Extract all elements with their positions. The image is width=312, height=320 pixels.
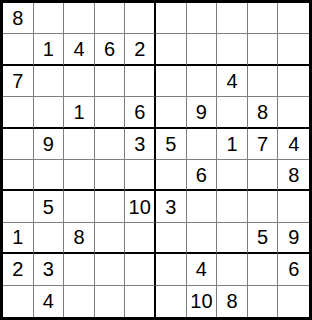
cell-r8c6-empty[interactable] — [156, 223, 187, 254]
cell-r10c5-empty[interactable] — [125, 286, 156, 317]
cell-r4c5-given[interactable]: 6 — [125, 97, 156, 128]
cell-r3c2-empty[interactable] — [34, 66, 65, 97]
cell-r6c10-given[interactable]: 8 — [278, 160, 309, 191]
cell-r7c7-empty[interactable] — [187, 191, 218, 222]
cell-r8c2-empty[interactable] — [34, 223, 65, 254]
cell-r10c2-given[interactable]: 4 — [34, 286, 65, 317]
cell-r10c8-given[interactable]: 8 — [217, 286, 248, 317]
cell-r3c7-empty[interactable] — [187, 66, 218, 97]
cell-r10c4-empty[interactable] — [95, 286, 126, 317]
cell-r2c9-empty[interactable] — [248, 34, 279, 65]
cell-r2c2-given[interactable]: 1 — [34, 34, 65, 65]
cell-r4c4-empty[interactable] — [95, 97, 126, 128]
cell-r3c1-given[interactable]: 7 — [3, 66, 34, 97]
cell-r9c9-empty[interactable] — [248, 254, 279, 285]
cell-r1c10-empty[interactable] — [278, 3, 309, 34]
cell-r9c8-empty[interactable] — [217, 254, 248, 285]
cell-r8c9-given[interactable]: 5 — [248, 223, 279, 254]
cell-r4c7-given[interactable]: 9 — [187, 97, 218, 128]
cell-r7c4-empty[interactable] — [95, 191, 126, 222]
cell-r7c6-given[interactable]: 3 — [156, 191, 187, 222]
cell-r1c3-empty[interactable] — [64, 3, 95, 34]
cell-r4c1-empty[interactable] — [3, 97, 34, 128]
cell-r9c2-given[interactable]: 3 — [34, 254, 65, 285]
cell-r10c7-given[interactable]: 10 — [187, 286, 218, 317]
cell-r3c4-empty[interactable] — [95, 66, 126, 97]
cell-r1c5-empty[interactable] — [125, 3, 156, 34]
cell-r5c10-given[interactable]: 4 — [278, 129, 309, 160]
cell-r6c1-empty[interactable] — [3, 160, 34, 191]
cell-r8c3-given[interactable]: 8 — [64, 223, 95, 254]
sudoku-board: 81462741698935174685103185923464108 — [0, 0, 312, 320]
cell-r6c2-empty[interactable] — [34, 160, 65, 191]
cell-r2c5-given[interactable]: 2 — [125, 34, 156, 65]
cell-r8c4-empty[interactable] — [95, 223, 126, 254]
cell-r6c8-empty[interactable] — [217, 160, 248, 191]
cell-r4c3-given[interactable]: 1 — [64, 97, 95, 128]
cell-r1c6-empty[interactable] — [156, 3, 187, 34]
cell-r5c9-given[interactable]: 7 — [248, 129, 279, 160]
cell-r3c9-empty[interactable] — [248, 66, 279, 97]
cell-r5c6-given[interactable]: 5 — [156, 129, 187, 160]
cell-r10c1-empty[interactable] — [3, 286, 34, 317]
cell-r6c6-empty[interactable] — [156, 160, 187, 191]
cell-r8c10-given[interactable]: 9 — [278, 223, 309, 254]
cell-r9c4-empty[interactable] — [95, 254, 126, 285]
cell-r10c3-empty[interactable] — [64, 286, 95, 317]
cell-r1c2-empty[interactable] — [34, 3, 65, 34]
cell-r3c6-empty[interactable] — [156, 66, 187, 97]
cell-r5c7-empty[interactable] — [187, 129, 218, 160]
cell-r5c2-given[interactable]: 9 — [34, 129, 65, 160]
cell-r2c4-given[interactable]: 6 — [95, 34, 126, 65]
cell-r2c7-empty[interactable] — [187, 34, 218, 65]
cell-r4c8-empty[interactable] — [217, 97, 248, 128]
cell-r2c1-empty[interactable] — [3, 34, 34, 65]
cell-r1c1-given[interactable]: 8 — [3, 3, 34, 34]
cell-r4c2-empty[interactable] — [34, 97, 65, 128]
cell-r5c8-given[interactable]: 1 — [217, 129, 248, 160]
cell-r6c3-empty[interactable] — [64, 160, 95, 191]
cell-r1c9-empty[interactable] — [248, 3, 279, 34]
cell-r2c6-empty[interactable] — [156, 34, 187, 65]
cell-r4c9-given[interactable]: 8 — [248, 97, 279, 128]
cell-r2c8-empty[interactable] — [217, 34, 248, 65]
cell-r3c5-empty[interactable] — [125, 66, 156, 97]
cell-r5c4-empty[interactable] — [95, 129, 126, 160]
cell-r6c7-given[interactable]: 6 — [187, 160, 218, 191]
cell-r10c6-empty[interactable] — [156, 286, 187, 317]
cell-r10c9-empty[interactable] — [248, 286, 279, 317]
cell-r3c3-empty[interactable] — [64, 66, 95, 97]
cell-r5c1-empty[interactable] — [3, 129, 34, 160]
cell-r6c5-empty[interactable] — [125, 160, 156, 191]
cell-r9c1-given[interactable]: 2 — [3, 254, 34, 285]
cell-r7c2-given[interactable]: 5 — [34, 191, 65, 222]
cell-r2c3-given[interactable]: 4 — [64, 34, 95, 65]
cell-r8c7-empty[interactable] — [187, 223, 218, 254]
cell-r8c8-empty[interactable] — [217, 223, 248, 254]
cell-r4c6-empty[interactable] — [156, 97, 187, 128]
cell-r7c1-empty[interactable] — [3, 191, 34, 222]
cell-r10c10-empty[interactable] — [278, 286, 309, 317]
cell-r6c9-empty[interactable] — [248, 160, 279, 191]
cell-r9c3-empty[interactable] — [64, 254, 95, 285]
cell-r9c10-given[interactable]: 6 — [278, 254, 309, 285]
cell-r5c5-given[interactable]: 3 — [125, 129, 156, 160]
cell-r7c9-empty[interactable] — [248, 191, 279, 222]
cell-r7c8-empty[interactable] — [217, 191, 248, 222]
cell-r9c6-empty[interactable] — [156, 254, 187, 285]
cell-r4c10-empty[interactable] — [278, 97, 309, 128]
cell-r9c7-given[interactable]: 4 — [187, 254, 218, 285]
cell-r3c8-given[interactable]: 4 — [217, 66, 248, 97]
cell-r9c5-empty[interactable] — [125, 254, 156, 285]
cell-r7c3-empty[interactable] — [64, 191, 95, 222]
cell-r5c3-empty[interactable] — [64, 129, 95, 160]
cell-r1c4-empty[interactable] — [95, 3, 126, 34]
cell-r8c5-empty[interactable] — [125, 223, 156, 254]
cell-r7c10-empty[interactable] — [278, 191, 309, 222]
cell-r1c8-empty[interactable] — [217, 3, 248, 34]
cell-r7c5-given[interactable]: 10 — [125, 191, 156, 222]
cell-r3c10-empty[interactable] — [278, 66, 309, 97]
cell-r1c7-empty[interactable] — [187, 3, 218, 34]
cell-r2c10-empty[interactable] — [278, 34, 309, 65]
cell-r8c1-given[interactable]: 1 — [3, 223, 34, 254]
cell-r6c4-empty[interactable] — [95, 160, 126, 191]
